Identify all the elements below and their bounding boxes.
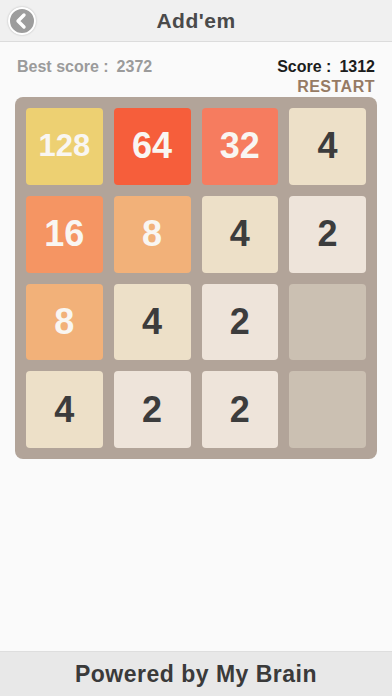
tile-4: 4 (114, 284, 191, 361)
best-score-label: Best score : (17, 58, 109, 75)
score-label: Score : (277, 58, 331, 75)
restart-button[interactable]: RESTART (297, 78, 375, 96)
tile-128: 128 (26, 108, 103, 185)
tile-64: 64 (114, 108, 191, 185)
tile-2: 2 (202, 371, 279, 448)
tile-8: 8 (114, 196, 191, 273)
tile-2: 2 (289, 196, 366, 273)
score-value: 1312 (339, 58, 375, 75)
tile-4: 4 (202, 196, 279, 273)
score-section: Best score :2372 Score :1312 RESTART (0, 42, 392, 96)
tile-2: 2 (202, 284, 279, 361)
tile-32: 32 (202, 108, 279, 185)
footer-text: Powered by My Brain (75, 661, 317, 688)
empty-cell (289, 284, 366, 361)
tile-16: 16 (26, 196, 103, 273)
best-score: Best score :2372 (17, 58, 152, 76)
navbar: Add'em (0, 0, 392, 42)
empty-cell (289, 371, 366, 448)
tile-4: 4 (26, 371, 103, 448)
game-board[interactable]: 1286432416842842422 (15, 97, 377, 459)
current-score: Score :1312 (277, 58, 375, 76)
tile-8: 8 (26, 284, 103, 361)
best-score-value: 2372 (117, 58, 153, 75)
footer-bar: Powered by My Brain (0, 651, 392, 696)
page-title: Add'em (0, 0, 392, 42)
tile-4: 4 (289, 108, 366, 185)
tile-2: 2 (114, 371, 191, 448)
